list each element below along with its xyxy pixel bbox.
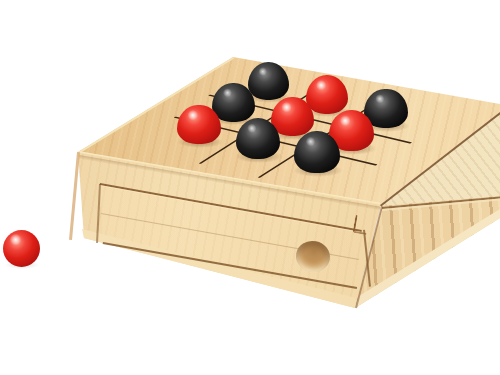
piece-black[interactable] (248, 62, 289, 100)
piece-red[interactable] (306, 75, 348, 114)
loose-red-ball[interactable] (3, 230, 40, 267)
pieces-layer (0, 0, 500, 375)
product-photo-scene (0, 0, 500, 375)
piece-red[interactable] (177, 105, 220, 145)
piece-black[interactable] (294, 131, 340, 173)
piece-black[interactable] (212, 83, 254, 122)
